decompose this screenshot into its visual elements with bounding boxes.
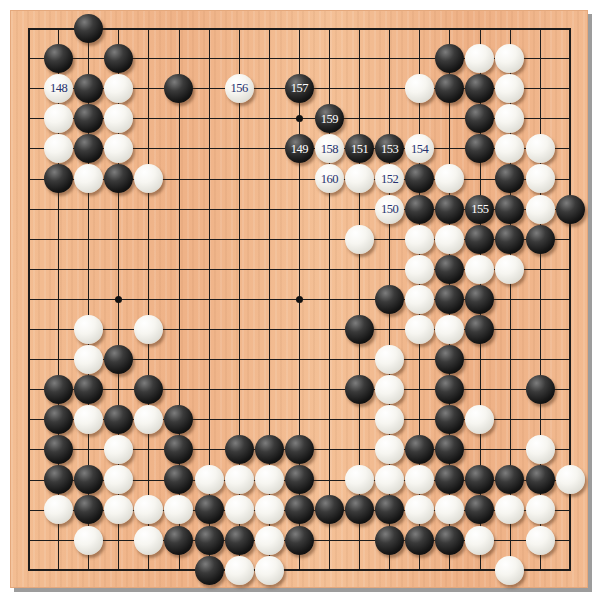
intersection[interactable] xyxy=(284,194,314,224)
intersection[interactable] xyxy=(314,525,344,555)
intersection[interactable] xyxy=(254,555,284,585)
intersection[interactable] xyxy=(375,465,405,495)
intersection[interactable] xyxy=(344,74,374,104)
intersection[interactable] xyxy=(164,74,194,104)
intersection[interactable] xyxy=(104,104,134,134)
intersection[interactable] xyxy=(495,435,525,465)
intersection[interactable] xyxy=(495,344,525,374)
intersection[interactable] xyxy=(284,104,314,134)
intersection[interactable] xyxy=(435,104,465,134)
intersection[interactable] xyxy=(194,555,224,585)
intersection[interactable] xyxy=(164,435,194,465)
intersection[interactable] xyxy=(134,134,164,164)
intersection[interactable] xyxy=(254,254,284,284)
intersection[interactable] xyxy=(405,344,435,374)
intersection[interactable] xyxy=(344,495,374,525)
intersection[interactable] xyxy=(74,44,104,74)
intersection[interactable] xyxy=(525,344,555,374)
intersection[interactable] xyxy=(164,224,194,254)
intersection[interactable] xyxy=(164,104,194,134)
intersection[interactable] xyxy=(465,74,495,104)
intersection[interactable] xyxy=(314,254,344,284)
intersection[interactable] xyxy=(405,164,435,194)
intersection[interactable] xyxy=(465,344,495,374)
intersection[interactable] xyxy=(13,495,43,525)
intersection[interactable] xyxy=(495,254,525,284)
intersection[interactable] xyxy=(13,74,43,104)
intersection[interactable]: 149 xyxy=(284,134,314,164)
intersection[interactable] xyxy=(254,134,284,164)
intersection[interactable] xyxy=(224,194,254,224)
intersection[interactable] xyxy=(74,164,104,194)
intersection[interactable] xyxy=(104,495,134,525)
intersection[interactable] xyxy=(224,435,254,465)
intersection[interactable] xyxy=(13,164,43,194)
intersection[interactable] xyxy=(224,104,254,134)
intersection[interactable] xyxy=(254,224,284,254)
intersection[interactable] xyxy=(284,224,314,254)
intersection[interactable] xyxy=(435,254,465,284)
intersection[interactable] xyxy=(134,314,164,344)
intersection[interactable] xyxy=(314,375,344,405)
intersection[interactable] xyxy=(254,164,284,194)
intersection[interactable] xyxy=(465,525,495,555)
intersection[interactable] xyxy=(525,224,555,254)
intersection[interactable] xyxy=(405,74,435,104)
intersection[interactable] xyxy=(104,375,134,405)
intersection[interactable] xyxy=(405,555,435,585)
intersection[interactable] xyxy=(164,465,194,495)
intersection[interactable] xyxy=(44,314,74,344)
intersection[interactable] xyxy=(104,44,134,74)
intersection[interactable] xyxy=(555,74,585,104)
intersection[interactable] xyxy=(405,495,435,525)
intersection[interactable] xyxy=(435,284,465,314)
intersection[interactable] xyxy=(405,314,435,344)
intersection[interactable] xyxy=(495,495,525,525)
intersection[interactable] xyxy=(405,224,435,254)
intersection[interactable] xyxy=(74,555,104,585)
intersection[interactable] xyxy=(465,375,495,405)
intersection[interactable] xyxy=(164,405,194,435)
intersection[interactable] xyxy=(555,224,585,254)
intersection[interactable] xyxy=(555,164,585,194)
intersection[interactable] xyxy=(375,254,405,284)
intersection[interactable] xyxy=(284,375,314,405)
intersection[interactable] xyxy=(495,465,525,495)
intersection[interactable] xyxy=(344,405,374,435)
intersection[interactable] xyxy=(555,104,585,134)
intersection[interactable] xyxy=(164,555,194,585)
intersection[interactable] xyxy=(525,254,555,284)
intersection[interactable] xyxy=(194,74,224,104)
intersection[interactable] xyxy=(465,134,495,164)
intersection[interactable] xyxy=(495,164,525,194)
intersection[interactable] xyxy=(555,13,585,43)
intersection[interactable] xyxy=(525,525,555,555)
intersection[interactable] xyxy=(254,405,284,435)
intersection[interactable] xyxy=(74,284,104,314)
intersection[interactable]: 152 xyxy=(375,164,405,194)
intersection[interactable] xyxy=(344,224,374,254)
intersection[interactable] xyxy=(495,525,525,555)
intersection[interactable] xyxy=(405,104,435,134)
intersection[interactable] xyxy=(194,164,224,194)
intersection[interactable] xyxy=(375,224,405,254)
intersection[interactable] xyxy=(44,224,74,254)
intersection[interactable] xyxy=(254,194,284,224)
intersection[interactable] xyxy=(435,435,465,465)
intersection[interactable] xyxy=(284,405,314,435)
intersection[interactable] xyxy=(314,224,344,254)
intersection[interactable] xyxy=(405,465,435,495)
intersection[interactable] xyxy=(254,525,284,555)
intersection[interactable] xyxy=(344,284,374,314)
intersection[interactable] xyxy=(13,284,43,314)
intersection[interactable] xyxy=(495,375,525,405)
intersection[interactable] xyxy=(104,224,134,254)
intersection[interactable] xyxy=(555,495,585,525)
intersection[interactable] xyxy=(465,465,495,495)
intersection[interactable] xyxy=(13,194,43,224)
intersection[interactable] xyxy=(555,525,585,555)
intersection[interactable] xyxy=(435,194,465,224)
intersection[interactable] xyxy=(525,13,555,43)
intersection[interactable] xyxy=(314,405,344,435)
intersection[interactable] xyxy=(375,555,405,585)
intersection[interactable] xyxy=(525,284,555,314)
intersection[interactable] xyxy=(435,44,465,74)
intersection[interactable] xyxy=(435,465,465,495)
intersection[interactable] xyxy=(13,44,43,74)
intersection[interactable] xyxy=(134,13,164,43)
intersection[interactable] xyxy=(495,104,525,134)
intersection[interactable] xyxy=(525,405,555,435)
intersection[interactable] xyxy=(254,314,284,344)
intersection[interactable] xyxy=(284,344,314,374)
intersection[interactable] xyxy=(344,344,374,374)
intersection[interactable] xyxy=(284,555,314,585)
intersection[interactable] xyxy=(224,13,254,43)
intersection[interactable] xyxy=(44,164,74,194)
intersection[interactable] xyxy=(104,134,134,164)
intersection[interactable] xyxy=(254,435,284,465)
intersection[interactable] xyxy=(555,405,585,435)
intersection[interactable] xyxy=(375,284,405,314)
intersection[interactable] xyxy=(525,164,555,194)
intersection[interactable] xyxy=(525,495,555,525)
intersection[interactable] xyxy=(44,104,74,134)
intersection[interactable] xyxy=(224,375,254,405)
intersection[interactable] xyxy=(314,314,344,344)
intersection[interactable] xyxy=(74,314,104,344)
intersection[interactable] xyxy=(254,344,284,374)
intersection[interactable] xyxy=(74,375,104,405)
intersection[interactable] xyxy=(44,344,74,374)
intersection[interactable] xyxy=(555,344,585,374)
intersection[interactable] xyxy=(194,104,224,134)
intersection[interactable] xyxy=(555,254,585,284)
intersection[interactable] xyxy=(495,405,525,435)
intersection[interactable] xyxy=(435,375,465,405)
intersection[interactable] xyxy=(13,465,43,495)
intersection[interactable] xyxy=(74,254,104,284)
intersection[interactable] xyxy=(465,224,495,254)
intersection[interactable] xyxy=(74,104,104,134)
intersection[interactable] xyxy=(44,194,74,224)
intersection[interactable] xyxy=(44,284,74,314)
intersection[interactable] xyxy=(194,525,224,555)
intersection[interactable]: 158 xyxy=(314,134,344,164)
intersection[interactable] xyxy=(74,525,104,555)
intersection[interactable] xyxy=(194,435,224,465)
intersection[interactable] xyxy=(314,13,344,43)
intersection[interactable] xyxy=(435,344,465,374)
intersection[interactable] xyxy=(465,254,495,284)
intersection[interactable] xyxy=(164,284,194,314)
intersection[interactable] xyxy=(495,194,525,224)
intersection[interactable] xyxy=(44,44,74,74)
intersection[interactable] xyxy=(44,435,74,465)
intersection[interactable] xyxy=(194,375,224,405)
intersection[interactable] xyxy=(13,314,43,344)
intersection[interactable] xyxy=(525,44,555,74)
intersection[interactable] xyxy=(224,164,254,194)
intersection[interactable]: 155 xyxy=(465,194,495,224)
intersection[interactable]: 154 xyxy=(405,134,435,164)
intersection[interactable] xyxy=(13,375,43,405)
intersection[interactable] xyxy=(13,555,43,585)
intersection[interactable] xyxy=(405,435,435,465)
intersection[interactable] xyxy=(164,314,194,344)
intersection[interactable] xyxy=(13,134,43,164)
intersection[interactable] xyxy=(134,44,164,74)
intersection[interactable] xyxy=(405,13,435,43)
intersection[interactable] xyxy=(465,555,495,585)
intersection[interactable] xyxy=(375,44,405,74)
intersection[interactable] xyxy=(13,435,43,465)
intersection[interactable] xyxy=(435,74,465,104)
intersection[interactable] xyxy=(555,284,585,314)
intersection[interactable] xyxy=(44,465,74,495)
intersection[interactable] xyxy=(254,375,284,405)
intersection[interactable] xyxy=(435,224,465,254)
intersection[interactable] xyxy=(164,134,194,164)
intersection[interactable] xyxy=(224,495,254,525)
intersection[interactable] xyxy=(74,435,104,465)
intersection[interactable] xyxy=(44,405,74,435)
intersection[interactable] xyxy=(104,164,134,194)
intersection[interactable] xyxy=(134,74,164,104)
intersection[interactable] xyxy=(134,555,164,585)
intersection[interactable] xyxy=(465,495,495,525)
intersection[interactable] xyxy=(74,74,104,104)
intersection[interactable] xyxy=(13,224,43,254)
intersection[interactable] xyxy=(525,104,555,134)
intersection[interactable] xyxy=(224,405,254,435)
intersection[interactable] xyxy=(44,13,74,43)
intersection[interactable] xyxy=(525,435,555,465)
intersection[interactable] xyxy=(254,13,284,43)
intersection[interactable] xyxy=(525,74,555,104)
intersection[interactable] xyxy=(194,344,224,374)
intersection[interactable] xyxy=(194,194,224,224)
intersection[interactable] xyxy=(495,13,525,43)
intersection[interactable] xyxy=(465,435,495,465)
intersection[interactable] xyxy=(134,194,164,224)
intersection[interactable] xyxy=(74,134,104,164)
intersection[interactable] xyxy=(405,194,435,224)
intersection[interactable] xyxy=(284,13,314,43)
intersection[interactable] xyxy=(104,194,134,224)
intersection[interactable] xyxy=(344,44,374,74)
intersection[interactable] xyxy=(405,525,435,555)
intersection[interactable] xyxy=(194,44,224,74)
intersection[interactable] xyxy=(435,555,465,585)
intersection[interactable] xyxy=(13,525,43,555)
intersection[interactable] xyxy=(555,375,585,405)
intersection[interactable] xyxy=(74,405,104,435)
intersection[interactable] xyxy=(224,314,254,344)
intersection[interactable] xyxy=(104,314,134,344)
intersection[interactable] xyxy=(435,134,465,164)
intersection[interactable] xyxy=(224,254,254,284)
intersection[interactable] xyxy=(465,104,495,134)
intersection[interactable] xyxy=(344,104,374,134)
intersection[interactable] xyxy=(435,405,465,435)
intersection[interactable] xyxy=(465,405,495,435)
intersection[interactable] xyxy=(134,224,164,254)
intersection[interactable] xyxy=(164,44,194,74)
intersection[interactable] xyxy=(194,495,224,525)
intersection[interactable] xyxy=(284,435,314,465)
intersection[interactable] xyxy=(405,284,435,314)
intersection[interactable] xyxy=(224,344,254,374)
intersection[interactable] xyxy=(375,314,405,344)
intersection[interactable] xyxy=(314,74,344,104)
intersection[interactable] xyxy=(375,495,405,525)
intersection[interactable] xyxy=(465,284,495,314)
intersection[interactable] xyxy=(284,284,314,314)
intersection[interactable] xyxy=(194,405,224,435)
intersection[interactable] xyxy=(495,555,525,585)
intersection[interactable] xyxy=(284,495,314,525)
intersection[interactable] xyxy=(405,44,435,74)
intersection[interactable] xyxy=(314,284,344,314)
intersection[interactable] xyxy=(525,375,555,405)
intersection[interactable] xyxy=(344,465,374,495)
intersection[interactable] xyxy=(134,164,164,194)
intersection[interactable] xyxy=(314,344,344,374)
intersection[interactable] xyxy=(555,435,585,465)
intersection[interactable] xyxy=(314,44,344,74)
intersection[interactable] xyxy=(435,314,465,344)
intersection[interactable] xyxy=(284,314,314,344)
intersection[interactable] xyxy=(104,525,134,555)
intersection[interactable] xyxy=(164,194,194,224)
intersection[interactable] xyxy=(104,465,134,495)
intersection[interactable] xyxy=(104,13,134,43)
intersection[interactable] xyxy=(465,44,495,74)
intersection[interactable] xyxy=(375,435,405,465)
intersection[interactable] xyxy=(375,74,405,104)
intersection[interactable] xyxy=(555,555,585,585)
intersection[interactable] xyxy=(344,164,374,194)
intersection[interactable] xyxy=(465,13,495,43)
intersection[interactable] xyxy=(284,254,314,284)
intersection[interactable] xyxy=(344,13,374,43)
intersection[interactable] xyxy=(194,465,224,495)
intersection[interactable] xyxy=(314,495,344,525)
intersection[interactable] xyxy=(344,254,374,284)
intersection[interactable] xyxy=(44,495,74,525)
intersection[interactable]: 153 xyxy=(375,134,405,164)
intersection[interactable] xyxy=(104,284,134,314)
intersection[interactable] xyxy=(495,314,525,344)
intersection[interactable] xyxy=(344,375,374,405)
intersection[interactable] xyxy=(344,555,374,585)
intersection[interactable]: 159 xyxy=(314,104,344,134)
intersection[interactable] xyxy=(194,254,224,284)
intersection[interactable] xyxy=(164,344,194,374)
intersection[interactable] xyxy=(555,134,585,164)
intersection[interactable] xyxy=(525,555,555,585)
intersection[interactable] xyxy=(134,375,164,405)
intersection[interactable] xyxy=(405,254,435,284)
intersection[interactable] xyxy=(224,284,254,314)
intersection[interactable] xyxy=(344,525,374,555)
intersection[interactable] xyxy=(254,495,284,525)
intersection[interactable] xyxy=(164,495,194,525)
intersection[interactable] xyxy=(375,375,405,405)
intersection[interactable] xyxy=(224,134,254,164)
intersection[interactable] xyxy=(13,344,43,374)
intersection[interactable] xyxy=(254,104,284,134)
intersection[interactable] xyxy=(224,224,254,254)
intersection[interactable] xyxy=(435,495,465,525)
intersection[interactable] xyxy=(104,405,134,435)
intersection[interactable] xyxy=(555,465,585,495)
intersection[interactable] xyxy=(44,375,74,405)
intersection[interactable] xyxy=(525,134,555,164)
intersection[interactable] xyxy=(555,314,585,344)
intersection[interactable] xyxy=(375,405,405,435)
intersection[interactable] xyxy=(435,525,465,555)
intersection[interactable] xyxy=(344,435,374,465)
intersection[interactable] xyxy=(224,465,254,495)
intersection[interactable] xyxy=(134,495,164,525)
intersection[interactable] xyxy=(375,13,405,43)
intersection[interactable] xyxy=(134,344,164,374)
intersection[interactable] xyxy=(134,525,164,555)
intersection[interactable] xyxy=(104,254,134,284)
intersection[interactable] xyxy=(555,44,585,74)
intersection[interactable] xyxy=(555,194,585,224)
intersection[interactable] xyxy=(224,44,254,74)
intersection[interactable] xyxy=(495,44,525,74)
intersection[interactable] xyxy=(314,465,344,495)
intersection[interactable] xyxy=(495,224,525,254)
intersection[interactable] xyxy=(314,194,344,224)
intersection[interactable] xyxy=(44,555,74,585)
intersection[interactable] xyxy=(164,525,194,555)
intersection[interactable]: 150 xyxy=(375,194,405,224)
intersection[interactable]: 148 xyxy=(44,74,74,104)
intersection[interactable] xyxy=(344,314,374,344)
intersection[interactable] xyxy=(254,465,284,495)
intersection[interactable] xyxy=(13,254,43,284)
intersection[interactable] xyxy=(284,465,314,495)
